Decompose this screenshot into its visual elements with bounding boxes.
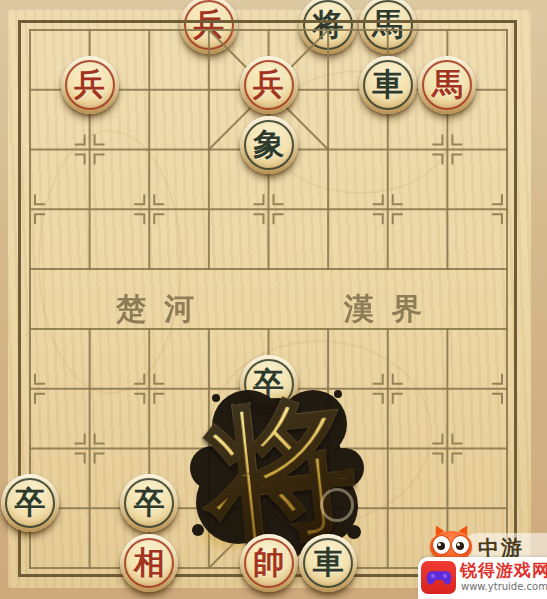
piece-character: 相: [120, 534, 178, 592]
piece-black-soldier[interactable]: 卒: [120, 474, 178, 532]
piece-red-horse[interactable]: 馬: [418, 56, 476, 114]
piece-character: 卒: [240, 355, 298, 413]
piece-red-general[interactable]: 帥: [240, 534, 298, 592]
piece-black-chariot[interactable]: 車: [299, 534, 357, 592]
piece-red-soldier[interactable]: 兵: [240, 56, 298, 114]
piece-character: 象: [240, 116, 298, 174]
piece-character: 車: [359, 56, 417, 114]
site-url: www.ytruide.com: [461, 581, 547, 592]
piece-character: 馬: [418, 56, 476, 114]
piece-red-elephant[interactable]: 相: [120, 534, 178, 592]
piece-character: 卒: [120, 474, 178, 532]
piece-character: 兵: [240, 56, 298, 114]
piece-black-soldier[interactable]: 卒: [240, 355, 298, 413]
gamepad-icon: [421, 561, 456, 594]
piece-character: 兵: [61, 56, 119, 114]
owl-eye: [451, 535, 470, 555]
piece-red-soldier[interactable]: 兵: [61, 56, 119, 114]
site-name: 锐得游戏网: [460, 559, 547, 582]
river-label-right: 漢界: [344, 289, 440, 330]
piece-black-soldier[interactable]: 卒: [1, 474, 59, 532]
owl-eye: [432, 535, 451, 555]
river-label-left: 楚河: [116, 289, 212, 330]
xiangqi-game-screen: 楚河 漢界 兵将馬兵兵車馬象卒卒卒相帥車: [0, 0, 547, 599]
piece-character: 帥: [240, 534, 298, 592]
piece-black-elephant[interactable]: 象: [240, 116, 298, 174]
piece-character: 卒: [1, 474, 59, 532]
piece-character: 車: [299, 534, 357, 592]
piece-black-chariot[interactable]: 車: [359, 56, 417, 114]
site-watermark-bar: 锐得游戏网 www.ytruide.com: [418, 557, 547, 599]
